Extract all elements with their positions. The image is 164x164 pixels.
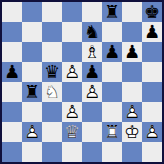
square-g8[interactable]	[122, 2, 142, 22]
square-g3[interactable]: ♟♙	[122, 102, 142, 122]
square-f5[interactable]	[102, 62, 122, 82]
piece-white-pawn[interactable]: ♙	[142, 122, 162, 142]
square-d5[interactable]: ♟♙	[62, 62, 82, 82]
square-g7[interactable]	[122, 22, 142, 42]
square-f6[interactable]: ♟	[102, 42, 122, 62]
square-a2[interactable]	[2, 122, 22, 142]
piece-black-pawn[interactable]: ♟	[102, 42, 122, 62]
square-b1[interactable]	[22, 142, 42, 162]
piece-black-knight[interactable]: ♞	[82, 22, 102, 42]
square-h6[interactable]	[142, 42, 162, 62]
piece-black-king[interactable]: ♚	[142, 2, 162, 22]
piece-white-king[interactable]: ♔	[122, 122, 142, 142]
piece-white-bishop[interactable]: ♗	[82, 42, 102, 62]
square-g1[interactable]	[122, 142, 142, 162]
square-d4[interactable]	[62, 82, 82, 102]
square-a1[interactable]	[2, 142, 22, 162]
white-queen-fill: ♛	[62, 122, 82, 142]
white-king-fill: ♚	[122, 122, 142, 142]
square-f4[interactable]	[102, 82, 122, 102]
square-b8[interactable]	[22, 2, 42, 22]
square-a4[interactable]	[2, 82, 22, 102]
square-d1[interactable]	[62, 142, 82, 162]
square-d8[interactable]	[62, 2, 82, 22]
square-c5[interactable]: ♛	[42, 62, 62, 82]
piece-black-pawn[interactable]: ♟	[2, 62, 22, 82]
white-pawn-fill: ♟	[82, 82, 102, 102]
square-c8[interactable]	[42, 2, 62, 22]
square-g6[interactable]: ♟	[122, 42, 142, 62]
piece-white-pawn[interactable]: ♙	[82, 82, 102, 102]
piece-black-rook[interactable]: ♜	[22, 82, 42, 102]
square-h5[interactable]	[142, 62, 162, 82]
square-a5[interactable]: ♟	[2, 62, 22, 82]
chess-board: ♜♚♞♟♝♗♟♟♟♛♟♙♟♜♞♘♟♙♟♙♟♙♟♙♛♕♜♖♚♔♟♙	[2, 2, 162, 162]
square-e2[interactable]	[82, 122, 102, 142]
square-e1[interactable]	[82, 142, 102, 162]
square-b7[interactable]	[22, 22, 42, 42]
piece-white-knight[interactable]: ♘	[42, 82, 62, 102]
square-c4[interactable]: ♞♘	[42, 82, 62, 102]
square-b3[interactable]	[22, 102, 42, 122]
white-pawn-fill: ♟	[62, 62, 82, 82]
piece-black-rook[interactable]: ♜	[102, 2, 122, 22]
square-a6[interactable]	[2, 42, 22, 62]
square-b2[interactable]: ♟♙	[22, 122, 42, 142]
piece-white-pawn[interactable]: ♙	[62, 102, 82, 122]
square-c3[interactable]	[42, 102, 62, 122]
square-e6[interactable]: ♝♗	[82, 42, 102, 62]
piece-white-pawn[interactable]: ♙	[22, 122, 42, 142]
square-d6[interactable]	[62, 42, 82, 62]
white-pawn-fill: ♟	[22, 122, 42, 142]
square-h2[interactable]: ♟♙	[142, 122, 162, 142]
white-knight-fill: ♞	[42, 82, 62, 102]
square-b6[interactable]	[22, 42, 42, 62]
square-h7[interactable]: ♟	[142, 22, 162, 42]
chess-board-frame: ♜♚♞♟♝♗♟♟♟♛♟♙♟♜♞♘♟♙♟♙♟♙♟♙♛♕♜♖♚♔♟♙	[0, 0, 164, 164]
square-a7[interactable]	[2, 22, 22, 42]
white-pawn-fill: ♟	[142, 122, 162, 142]
white-rook-fill: ♜	[102, 122, 122, 142]
square-e7[interactable]: ♞	[82, 22, 102, 42]
square-h4[interactable]	[142, 82, 162, 102]
square-h1[interactable]	[142, 142, 162, 162]
square-e4[interactable]: ♟♙	[82, 82, 102, 102]
piece-black-queen[interactable]: ♛	[42, 62, 62, 82]
square-a3[interactable]	[2, 102, 22, 122]
piece-white-pawn[interactable]: ♙	[62, 62, 82, 82]
square-d3[interactable]: ♟♙	[62, 102, 82, 122]
square-d7[interactable]	[62, 22, 82, 42]
square-f7[interactable]	[102, 22, 122, 42]
square-g2[interactable]: ♚♔	[122, 122, 142, 142]
piece-black-pawn[interactable]: ♟	[122, 42, 142, 62]
square-e3[interactable]	[82, 102, 102, 122]
white-pawn-fill: ♟	[62, 102, 82, 122]
square-c1[interactable]	[42, 142, 62, 162]
square-g4[interactable]	[122, 82, 142, 102]
square-d2[interactable]: ♛♕	[62, 122, 82, 142]
square-h3[interactable]	[142, 102, 162, 122]
piece-white-rook[interactable]: ♖	[102, 122, 122, 142]
piece-black-pawn[interactable]: ♟	[142, 22, 162, 42]
square-f1[interactable]	[102, 142, 122, 162]
square-b5[interactable]	[22, 62, 42, 82]
square-f2[interactable]: ♜♖	[102, 122, 122, 142]
white-pawn-fill: ♟	[122, 102, 142, 122]
piece-white-pawn[interactable]: ♙	[122, 102, 142, 122]
square-c7[interactable]	[42, 22, 62, 42]
square-e5[interactable]: ♟	[82, 62, 102, 82]
white-bishop-fill: ♝	[82, 42, 102, 62]
square-f3[interactable]	[102, 102, 122, 122]
square-a8[interactable]	[2, 2, 22, 22]
square-e8[interactable]	[82, 2, 102, 22]
square-f8[interactable]: ♜	[102, 2, 122, 22]
square-h8[interactable]: ♚	[142, 2, 162, 22]
square-b4[interactable]: ♜	[22, 82, 42, 102]
piece-white-queen[interactable]: ♕	[62, 122, 82, 142]
square-c2[interactable]	[42, 122, 62, 142]
square-g5[interactable]	[122, 62, 142, 82]
square-c6[interactable]	[42, 42, 62, 62]
piece-black-pawn[interactable]: ♟	[82, 62, 102, 82]
